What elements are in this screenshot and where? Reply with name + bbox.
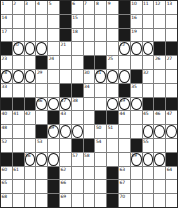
block-cell-r8c14 (154, 98, 165, 111)
circle-marker (107, 70, 118, 83)
cell-r5c10[interactable]: 25 (107, 56, 118, 69)
cell-r6c15[interactable] (166, 70, 177, 83)
cell-r4c5[interactable] (48, 42, 59, 55)
cell-r7c3[interactable] (25, 84, 36, 97)
cell-r11c13[interactable]: 55 (143, 139, 154, 152)
clue-number-31: 31 (96, 70, 101, 75)
cell-r3c2[interactable] (13, 29, 24, 42)
cell-r6c2[interactable] (13, 70, 24, 83)
cell-r4c8[interactable] (84, 42, 95, 55)
cell-r11c4[interactable]: 53 (36, 139, 47, 152)
cell-r10c11[interactable] (119, 125, 130, 138)
clue-number-56: 56 (25, 153, 30, 158)
cell-r7c2[interactable] (13, 84, 24, 97)
clue-number-9: 9 (108, 1, 111, 6)
cell-r2c9[interactable] (95, 15, 106, 28)
cell-r2c10[interactable] (107, 15, 118, 28)
circle-marker (48, 98, 59, 111)
circle-marker (25, 153, 36, 166)
block-cell-r8c15 (166, 98, 177, 111)
cell-r12c4[interactable] (36, 153, 47, 166)
cell-r9c4[interactable] (36, 111, 47, 124)
cell-r3c10[interactable] (107, 29, 118, 42)
clue-number-53: 53 (37, 139, 42, 144)
cell-r9c1[interactable]: 40 (1, 111, 12, 124)
cell-r4c9[interactable] (95, 42, 106, 55)
clue-number-19: 19 (131, 29, 136, 34)
cell-r2c12[interactable]: 16 (131, 15, 142, 28)
clue-number-52: 52 (2, 139, 7, 144)
cell-r15c1[interactable]: 68 (1, 194, 12, 207)
clue-number-44: 44 (120, 111, 125, 116)
cell-r7c9[interactable] (95, 84, 106, 97)
cell-r15c12[interactable] (131, 194, 142, 207)
cell-r1c12[interactable]: 10 (131, 1, 142, 14)
block-cell-r14c10 (107, 180, 118, 193)
block-cell-r11c12 (131, 139, 142, 152)
clue-number-54: 54 (96, 139, 101, 144)
clue-number-48: 48 (2, 125, 7, 130)
block-cell-r15c10 (107, 194, 118, 207)
clue-number-8: 8 (96, 1, 99, 6)
clue-number-4: 4 (37, 1, 40, 6)
cell-r3c9[interactable] (95, 29, 106, 42)
cell-r15c11[interactable]: 70 (119, 194, 130, 207)
cell-r15c6[interactable]: 69 (60, 194, 71, 207)
cell-r7c15[interactable] (166, 84, 177, 97)
clue-number-46: 46 (155, 111, 160, 116)
block-cell-r1c6 (60, 1, 71, 14)
cell-r13c6[interactable]: 62 (60, 167, 71, 180)
cell-r1c5[interactable]: 5 (48, 1, 59, 14)
block-cell-r4c1 (1, 42, 12, 55)
cell-r2c14[interactable] (154, 15, 165, 28)
cell-r13c1[interactable]: 60 (1, 167, 12, 180)
clue-number-5: 5 (49, 1, 52, 6)
circle-marker (154, 125, 165, 138)
cell-r10c3[interactable] (25, 125, 36, 138)
cell-r13c15[interactable]: 64 (166, 167, 177, 180)
cell-r11c11[interactable] (119, 139, 130, 152)
clue-number-11: 11 (143, 1, 148, 6)
clue-number-29: 29 (37, 70, 42, 75)
cell-r15c7[interactable] (72, 194, 83, 207)
block-cell-r8c3 (25, 98, 36, 111)
cell-r11c6[interactable] (60, 139, 71, 152)
cell-r14c8[interactable] (84, 180, 95, 193)
cell-r1c7[interactable]: 6 (72, 1, 83, 14)
cell-r4c6[interactable]: 21 (60, 42, 71, 55)
cell-r4c13[interactable] (143, 42, 154, 55)
cell-r13c12[interactable] (131, 167, 142, 180)
cell-r13c14[interactable] (154, 167, 165, 180)
circle-marker (1, 70, 12, 83)
clue-number-21: 21 (61, 42, 66, 47)
cell-r7c8[interactable]: 34 (84, 84, 95, 97)
cell-r8c12[interactable] (131, 98, 142, 111)
cell-r12c9[interactable] (95, 153, 106, 166)
circle-marker (154, 153, 165, 166)
cell-r6c13[interactable]: 32 (143, 70, 154, 83)
cell-r15c3[interactable] (25, 194, 36, 207)
clue-number-66: 66 (61, 180, 66, 185)
block-cell-r12c2 (13, 153, 24, 166)
cell-r11c1[interactable]: 52 (1, 139, 12, 152)
circle-marker (143, 125, 154, 138)
circle-marker (25, 70, 36, 83)
clue-number-16: 16 (131, 15, 136, 20)
cell-r14c3[interactable] (25, 180, 36, 193)
cell-r14c7[interactable] (72, 180, 83, 193)
cell-r7c4[interactable] (36, 84, 47, 97)
cell-r15c15[interactable] (166, 194, 177, 207)
clue-number-61: 61 (13, 167, 18, 172)
cell-r9c8[interactable] (84, 111, 95, 124)
circle-marker (36, 98, 47, 111)
cell-r13c9[interactable] (95, 167, 106, 180)
cell-r10c6[interactable] (60, 125, 71, 138)
block-cell-r3c11 (119, 29, 130, 42)
cell-r11c9[interactable]: 54 (95, 139, 106, 152)
clue-number-69: 69 (61, 194, 66, 199)
cell-r13c4[interactable] (36, 167, 47, 180)
cell-r9c15[interactable]: 47 (166, 111, 177, 124)
clue-number-24: 24 (49, 56, 54, 61)
cell-r5c12[interactable] (131, 56, 142, 69)
clue-number-45: 45 (143, 111, 148, 116)
circle-marker (166, 125, 177, 138)
circle-marker (119, 70, 130, 83)
cell-r3c15[interactable] (166, 29, 177, 42)
cell-r4c3[interactable] (25, 42, 36, 55)
cell-r11c15[interactable] (166, 139, 177, 152)
circle-marker (143, 153, 154, 166)
cell-r8c4[interactable]: 36 (36, 98, 47, 111)
cell-r10c12[interactable] (131, 125, 142, 138)
clue-number-26: 26 (155, 56, 160, 61)
clue-number-49: 49 (49, 125, 54, 130)
cell-r5c3[interactable] (25, 56, 36, 69)
cell-r10c15[interactable] (166, 125, 177, 138)
cell-r14c12[interactable] (131, 180, 142, 193)
clue-number-36: 36 (37, 98, 42, 103)
cell-r6c5[interactable] (48, 70, 59, 83)
clue-number-39: 39 (120, 98, 125, 103)
cell-r14c15[interactable] (166, 180, 177, 193)
cell-r8c6[interactable]: 37 (60, 98, 71, 111)
cell-r14c9[interactable] (95, 180, 106, 193)
cell-r5c2[interactable] (13, 56, 24, 69)
clue-number-12: 12 (155, 1, 160, 6)
cell-r14c4[interactable] (36, 180, 47, 193)
cell-r5c13[interactable] (143, 56, 154, 69)
cell-r3c1[interactable]: 17 (1, 29, 12, 42)
cell-r1c10[interactable]: 9 (107, 1, 118, 14)
clue-number-32: 32 (143, 70, 148, 75)
block-cell-r13c10 (107, 167, 118, 180)
clue-number-15: 15 (72, 15, 77, 20)
clue-number-18: 18 (72, 29, 77, 34)
cell-r15c13[interactable] (143, 194, 154, 207)
cell-r1c9[interactable]: 8 (95, 1, 106, 14)
block-cell-r1c11 (119, 1, 130, 14)
cell-r10c14[interactable] (154, 125, 165, 138)
circle-marker (143, 42, 154, 55)
clue-number-47: 47 (167, 111, 172, 116)
clue-number-50: 50 (96, 125, 101, 130)
clue-number-37: 37 (61, 98, 66, 103)
clue-number-10: 10 (131, 1, 136, 6)
cell-r8c5[interactable] (48, 98, 59, 111)
cell-r14c11[interactable]: 67 (119, 180, 130, 193)
cell-r1c14[interactable]: 12 (154, 1, 165, 14)
cell-r8c11[interactable]: 39 (119, 98, 130, 111)
cell-r12c5[interactable] (48, 153, 59, 166)
cell-r6c14[interactable] (154, 70, 165, 83)
circle-marker (36, 153, 47, 166)
cell-r11c14[interactable] (154, 139, 165, 152)
clue-number-62: 62 (61, 167, 66, 172)
cell-r15c2[interactable] (13, 194, 24, 207)
block-cell-r8c13 (143, 98, 154, 111)
clue-number-51: 51 (108, 125, 113, 130)
cell-r2c2[interactable] (13, 15, 24, 28)
cell-r13c8[interactable] (84, 167, 95, 180)
cell-r4c7[interactable] (72, 42, 83, 55)
cell-r8c8[interactable] (84, 98, 95, 111)
cell-r1c3[interactable]: 3 (25, 1, 36, 14)
clue-number-2: 2 (13, 1, 16, 6)
cell-r12c8[interactable]: 58 (84, 153, 95, 166)
cell-r10c5[interactable]: 49 (48, 125, 59, 138)
cell-r6c11[interactable] (119, 70, 130, 83)
cell-r5c15[interactable]: 27 (166, 56, 177, 69)
block-cell-r9c10 (107, 111, 118, 124)
circle-marker (131, 153, 142, 166)
cell-r2c15[interactable] (166, 15, 177, 28)
cell-r7c13[interactable] (143, 84, 154, 97)
clue-number-13: 13 (167, 1, 172, 6)
cell-r8c7[interactable]: 38 (72, 98, 83, 111)
clue-number-3: 3 (25, 1, 28, 6)
block-cell-r2c11 (119, 15, 130, 28)
cell-r2c1[interactable]: 14 (1, 15, 12, 28)
cell-r9c6[interactable]: 43 (60, 111, 71, 124)
cell-r4c10[interactable] (107, 42, 118, 55)
cell-r9c7[interactable] (72, 111, 83, 124)
block-cell-r8c1 (1, 98, 12, 111)
cell-r10c7[interactable] (72, 125, 83, 138)
cell-r4c2[interactable]: 20 (13, 42, 24, 55)
clue-number-22: 22 (120, 42, 125, 47)
cell-r11c2[interactable] (13, 139, 24, 152)
clue-number-35: 35 (131, 84, 136, 89)
cell-r6c1[interactable]: 28 (1, 70, 12, 83)
cell-r1c2[interactable]: 2 (13, 1, 24, 14)
cell-r11c10[interactable] (107, 139, 118, 152)
cell-r12c12[interactable]: 59 (131, 153, 142, 166)
cell-r5c6[interactable] (60, 56, 71, 69)
cell-r3c8[interactable] (84, 29, 95, 42)
cell-r6c9[interactable]: 31 (95, 70, 106, 83)
cell-r2c5[interactable] (48, 15, 59, 28)
cell-r12c14[interactable] (154, 153, 165, 166)
cell-r12c13[interactable] (143, 153, 154, 166)
cell-r10c13[interactable] (143, 125, 154, 138)
cell-r3c3[interactable] (25, 29, 36, 42)
cell-r15c8[interactable] (84, 194, 95, 207)
block-cell-r4c15 (166, 42, 177, 55)
cell-r3c12[interactable]: 19 (131, 29, 142, 42)
cell-r2c13[interactable] (143, 15, 154, 28)
cell-r4c11[interactable]: 22 (119, 42, 130, 55)
cell-r7c1[interactable]: 33 (1, 84, 12, 97)
cell-r1c15[interactable]: 13 (166, 1, 177, 14)
cell-r10c1[interactable]: 48 (1, 125, 12, 138)
clue-number-63: 63 (120, 167, 125, 172)
cell-r10c10[interactable]: 51 (107, 125, 118, 138)
cell-r6c4[interactable]: 29 (36, 70, 47, 83)
cell-r5c14[interactable]: 26 (154, 56, 165, 69)
cell-r13c2[interactable]: 61 (13, 167, 24, 180)
cell-r14c6[interactable]: 66 (60, 180, 71, 193)
cell-r9c2[interactable]: 41 (13, 111, 24, 124)
block-cell-r7c7 (72, 84, 83, 97)
cell-r13c13[interactable] (143, 167, 154, 180)
block-cell-r7c11 (119, 84, 130, 97)
clue-number-59: 59 (131, 153, 136, 158)
cell-r2c8[interactable] (84, 15, 95, 28)
cell-r6c6[interactable] (60, 70, 71, 83)
circle-marker (72, 125, 83, 138)
cell-r2c3[interactable] (25, 15, 36, 28)
cell-r1c13[interactable]: 11 (143, 1, 154, 14)
cell-r3c13[interactable] (143, 29, 154, 42)
cell-r14c1[interactable]: 65 (1, 180, 12, 193)
circle-marker (25, 42, 36, 55)
circle-marker (48, 153, 59, 166)
clue-number-7: 7 (84, 1, 87, 6)
cell-r9c11[interactable]: 44 (119, 111, 130, 124)
circle-marker (36, 42, 47, 55)
cell-r12c3[interactable]: 56 (25, 153, 36, 166)
clue-number-20: 20 (13, 42, 18, 47)
clue-number-14: 14 (2, 15, 7, 20)
block-cell-r2c6 (60, 15, 71, 28)
block-cell-r14c5 (48, 180, 59, 193)
block-cell-r9c9 (95, 111, 106, 124)
clue-number-40: 40 (2, 111, 7, 116)
cell-r11c5[interactable] (48, 139, 59, 152)
cell-r13c3[interactable] (25, 167, 36, 180)
cell-r12c10[interactable] (107, 153, 118, 166)
block-cell-r12c15 (166, 153, 177, 166)
cell-r5c5[interactable]: 24 (48, 56, 59, 69)
cell-r14c14[interactable] (154, 180, 165, 193)
cell-r1c8[interactable]: 7 (84, 1, 95, 14)
circle-marker (95, 70, 106, 83)
block-cell-r12c1 (1, 153, 12, 166)
cell-r13c11[interactable]: 63 (119, 167, 130, 180)
block-cell-r7c6 (60, 84, 71, 97)
cell-r8c9[interactable] (95, 98, 106, 111)
cell-r10c2[interactable] (13, 125, 24, 138)
cell-r1c1[interactable]: 1 (1, 1, 12, 14)
cell-r3c4[interactable] (36, 29, 47, 42)
cell-r15c9[interactable] (95, 194, 106, 207)
circle-marker (13, 42, 24, 55)
cell-r1c4[interactable]: 4 (36, 1, 47, 14)
cell-r9c3[interactable]: 42 (25, 111, 36, 124)
circle-marker (131, 42, 142, 55)
cell-r6c3[interactable] (25, 70, 36, 83)
cell-r14c2[interactable] (13, 180, 24, 193)
cell-r9c13[interactable]: 45 (143, 111, 154, 124)
cell-r5c1[interactable]: 23 (1, 56, 12, 69)
cell-r9c12[interactable] (131, 111, 142, 124)
cell-r3c5[interactable] (48, 29, 59, 42)
block-cell-r6c12 (131, 70, 142, 83)
cell-r5c11[interactable] (119, 56, 130, 69)
clue-number-28: 28 (2, 70, 7, 75)
cell-r15c14[interactable] (154, 194, 165, 207)
block-cell-r8c2 (13, 98, 24, 111)
block-cell-r5c9 (95, 56, 106, 69)
clue-number-64: 64 (167, 167, 172, 172)
cell-r7c10[interactable] (107, 84, 118, 97)
cell-r2c4[interactable] (36, 15, 47, 28)
cell-r6c8[interactable]: 30 (84, 70, 95, 83)
clue-number-25: 25 (108, 56, 113, 61)
clue-number-58: 58 (84, 153, 89, 158)
circle-marker (107, 98, 118, 111)
clue-number-38: 38 (72, 98, 77, 103)
cell-r14c13[interactable] (143, 180, 154, 193)
crossword-page: 1234567891011121314151617181920212223242… (0, 0, 178, 208)
cell-r4c4[interactable] (36, 42, 47, 55)
cell-r3c7[interactable]: 18 (72, 29, 83, 42)
cell-r6c10[interactable] (107, 70, 118, 83)
cell-r10c8[interactable] (84, 125, 95, 138)
cell-r7c12[interactable]: 35 (131, 84, 142, 97)
block-cell-r5c4 (36, 56, 47, 69)
clue-number-33: 33 (2, 84, 7, 89)
circle-marker (60, 98, 71, 111)
cell-r15c4[interactable] (36, 194, 47, 207)
cell-r9c14[interactable]: 46 (154, 111, 165, 124)
cell-r12c11[interactable] (119, 153, 130, 166)
clue-number-60: 60 (2, 167, 7, 172)
cell-r11c3[interactable] (25, 139, 36, 152)
cell-r4c12[interactable] (131, 42, 142, 55)
cell-r2c7[interactable]: 15 (72, 15, 83, 28)
cell-r5c7[interactable] (72, 56, 83, 69)
cell-r12c7[interactable]: 57 (72, 153, 83, 166)
block-cell-r10c4 (36, 125, 47, 138)
cell-r10c9[interactable]: 50 (95, 125, 106, 138)
cell-r7c14[interactable] (154, 84, 165, 97)
cell-r6c7[interactable] (72, 70, 83, 83)
cell-r13c7[interactable] (72, 167, 83, 180)
cell-r7c5[interactable] (48, 84, 59, 97)
block-cell-r9c5 (48, 111, 59, 124)
clue-number-67: 67 (120, 180, 125, 185)
cell-r3c14[interactable] (154, 29, 165, 42)
cell-r12c6[interactable] (60, 153, 71, 166)
block-cell-r5c8 (84, 56, 95, 69)
block-cell-r11c7 (72, 139, 83, 152)
cell-r8c10[interactable] (107, 98, 118, 111)
